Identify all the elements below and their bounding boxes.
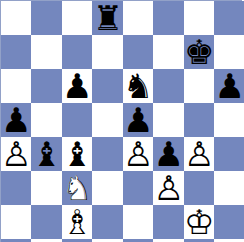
square-e7[interactable]	[123, 35, 153, 69]
piece-black-pawn-f4: ♟	[153, 137, 183, 171]
square-a4[interactable]: ♟♙	[1, 137, 31, 171]
square-h5[interactable]	[214, 103, 244, 137]
square-g7[interactable]: ♚	[184, 35, 214, 69]
square-d6[interactable]	[92, 69, 122, 103]
piece-white-king-g2: ♚♔	[184, 205, 214, 239]
square-h4[interactable]	[214, 137, 244, 171]
square-e5[interactable]: ♟	[123, 103, 153, 137]
piece-black-pawn-h6: ♟	[214, 69, 244, 103]
square-c8[interactable]	[62, 1, 92, 35]
square-g5[interactable]	[184, 103, 214, 137]
square-b6[interactable]	[31, 69, 61, 103]
white-piece-outline: ♙	[1, 134, 31, 174]
chess-board: ♜♚♟♞♟♟♟♟♙♝♝♟♙♟♟♙♞♘♟♙♝♗♚♔♜♖♞♘	[0, 0, 242, 242]
piece-white-knight-c3: ♞♘	[62, 171, 92, 205]
square-c2[interactable]: ♝♗	[62, 205, 92, 239]
piece-black-rook-d8: ♜	[92, 1, 122, 35]
white-piece-outline: ♙	[123, 134, 153, 174]
square-c3[interactable]: ♞♘	[62, 171, 92, 205]
square-d3[interactable]	[92, 171, 122, 205]
square-f5[interactable]	[153, 103, 183, 137]
square-h6[interactable]: ♟	[214, 69, 244, 103]
piece-white-pawn-a4: ♟♙	[1, 137, 31, 171]
piece-black-king-g7: ♚	[184, 35, 214, 69]
white-piece-outline: ♖	[31, 236, 61, 242]
square-f4[interactable]: ♟	[153, 137, 183, 171]
white-piece-outline: ♙	[153, 168, 183, 208]
piece-black-pawn-a5: ♟	[1, 103, 31, 137]
piece-black-pawn-c6: ♟	[62, 69, 92, 103]
white-piece-outline: ♗	[62, 202, 92, 242]
square-g8[interactable]	[184, 1, 214, 35]
square-c5[interactable]	[62, 103, 92, 137]
square-e4[interactable]: ♟♙	[123, 137, 153, 171]
piece-black-knight-e6: ♞	[123, 69, 153, 103]
white-piece-outline: ♙	[184, 134, 214, 174]
square-b5[interactable]	[31, 103, 61, 137]
square-c4[interactable]: ♝	[62, 137, 92, 171]
square-a8[interactable]	[1, 1, 31, 35]
square-a6[interactable]	[1, 69, 31, 103]
piece-black-pawn-e5: ♟	[123, 103, 153, 137]
square-g2[interactable]: ♚♔	[184, 205, 214, 239]
square-a2[interactable]	[1, 205, 31, 239]
square-h3[interactable]	[214, 171, 244, 205]
square-g4[interactable]: ♟♙	[184, 137, 214, 171]
square-b7[interactable]	[31, 35, 61, 69]
square-e2[interactable]	[123, 205, 153, 239]
piece-black-bishop-b4: ♝	[31, 137, 61, 171]
square-c6[interactable]: ♟	[62, 69, 92, 103]
square-d2[interactable]	[92, 205, 122, 239]
square-h2[interactable]	[214, 205, 244, 239]
piece-white-bishop-c2: ♝♗	[62, 205, 92, 239]
square-d5[interactable]	[92, 103, 122, 137]
piece-black-bishop-c4: ♝	[62, 137, 92, 171]
square-b2[interactable]	[31, 205, 61, 239]
square-g6[interactable]	[184, 69, 214, 103]
piece-white-pawn-g4: ♟♙	[184, 137, 214, 171]
square-b3[interactable]	[31, 171, 61, 205]
square-f8[interactable]	[153, 1, 183, 35]
square-c7[interactable]	[62, 35, 92, 69]
square-f7[interactable]	[153, 35, 183, 69]
square-e3[interactable]	[123, 171, 153, 205]
square-e8[interactable]	[123, 1, 153, 35]
white-piece-outline: ♘	[153, 236, 183, 242]
square-e6[interactable]: ♞	[123, 69, 153, 103]
piece-white-pawn-f3: ♟♙	[153, 171, 183, 205]
white-piece-outline: ♔	[184, 202, 214, 242]
square-b4[interactable]: ♝	[31, 137, 61, 171]
square-b8[interactable]	[31, 1, 61, 35]
square-a5[interactable]: ♟	[1, 103, 31, 137]
square-h7[interactable]	[214, 35, 244, 69]
square-d4[interactable]	[92, 137, 122, 171]
square-f2[interactable]	[153, 205, 183, 239]
square-a3[interactable]	[1, 171, 31, 205]
square-a7[interactable]	[1, 35, 31, 69]
piece-white-pawn-e4: ♟♙	[123, 137, 153, 171]
square-h8[interactable]	[214, 1, 244, 35]
square-f3[interactable]: ♟♙	[153, 171, 183, 205]
square-d7[interactable]	[92, 35, 122, 69]
square-d8[interactable]: ♜	[92, 1, 122, 35]
square-g3[interactable]	[184, 171, 214, 205]
square-f6[interactable]	[153, 69, 183, 103]
